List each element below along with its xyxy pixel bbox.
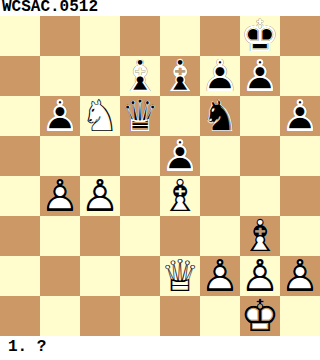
square-f5[interactable]: [200, 136, 240, 176]
square-h7[interactable]: [280, 56, 320, 96]
square-c7[interactable]: [80, 56, 120, 96]
square-e2[interactable]: ♛♕: [160, 256, 200, 296]
square-f4[interactable]: [200, 176, 240, 216]
move-prompt: 1. ?: [0, 336, 320, 360]
square-e6[interactable]: [160, 96, 200, 136]
piece-black-pawn-fill: ♟: [240, 56, 280, 96]
piece-white-pawn-fill: ♟: [80, 176, 120, 216]
square-a1[interactable]: [0, 296, 40, 336]
square-d1[interactable]: [120, 296, 160, 336]
square-c1[interactable]: [80, 296, 120, 336]
square-f3[interactable]: [200, 216, 240, 256]
piece-black-bishop-fill: ♝: [160, 56, 200, 96]
square-a7[interactable]: [0, 56, 40, 96]
piece-black-king-fill: ♚: [240, 16, 280, 56]
piece-white-bishop-fill: ♝: [240, 216, 280, 256]
puzzle-title: WCSAC.0512: [0, 0, 320, 16]
square-b7[interactable]: [40, 56, 80, 96]
square-b1[interactable]: [40, 296, 80, 336]
piece-white-king-fill: ♚: [240, 296, 280, 336]
piece-white-king-outline: ♔: [240, 296, 280, 336]
square-b5[interactable]: [40, 136, 80, 176]
piece-black-bishop-fill: ♝: [120, 56, 160, 96]
piece-white-pawn-outline: ♙: [200, 256, 240, 296]
piece-white-pawn-fill: ♟: [200, 256, 240, 296]
square-d2[interactable]: [120, 256, 160, 296]
square-f8[interactable]: [200, 16, 240, 56]
piece-black-knight-outline: ♘: [200, 96, 240, 136]
square-a6[interactable]: [0, 96, 40, 136]
square-g2[interactable]: ♟♙: [240, 256, 280, 296]
piece-black-bishop-outline: ♗: [120, 56, 160, 96]
square-g1[interactable]: ♚♔: [240, 296, 280, 336]
square-a4[interactable]: [0, 176, 40, 216]
square-f7[interactable]: ♟♙: [200, 56, 240, 96]
square-d4[interactable]: [120, 176, 160, 216]
piece-black-king-outline: ♔: [240, 16, 280, 56]
piece-white-bishop-outline: ♗: [160, 176, 200, 216]
piece-white-pawn-fill: ♟: [240, 256, 280, 296]
square-d7[interactable]: ♝♗: [120, 56, 160, 96]
square-b4[interactable]: ♟♙: [40, 176, 80, 216]
square-b6[interactable]: ♟♙: [40, 96, 80, 136]
square-h3[interactable]: [280, 216, 320, 256]
square-g4[interactable]: [240, 176, 280, 216]
square-h5[interactable]: [280, 136, 320, 176]
piece-black-pawn-outline: ♙: [160, 136, 200, 176]
piece-white-knight-outline: ♘: [80, 96, 120, 136]
piece-black-pawn-fill: ♟: [200, 56, 240, 96]
square-c4[interactable]: ♟♙: [80, 176, 120, 216]
piece-black-knight-fill: ♞: [200, 96, 240, 136]
square-a3[interactable]: [0, 216, 40, 256]
square-d6[interactable]: ♛♕: [120, 96, 160, 136]
square-e1[interactable]: [160, 296, 200, 336]
piece-white-pawn-outline: ♙: [80, 176, 120, 216]
square-d8[interactable]: [120, 16, 160, 56]
piece-white-queen-fill: ♛: [160, 256, 200, 296]
square-h2[interactable]: ♟♙: [280, 256, 320, 296]
square-g5[interactable]: [240, 136, 280, 176]
piece-white-bishop-fill: ♝: [160, 176, 200, 216]
square-c8[interactable]: [80, 16, 120, 56]
square-g6[interactable]: [240, 96, 280, 136]
square-e8[interactable]: [160, 16, 200, 56]
square-e3[interactable]: [160, 216, 200, 256]
square-c3[interactable]: [80, 216, 120, 256]
square-h1[interactable]: [280, 296, 320, 336]
square-e4[interactable]: ♝♗: [160, 176, 200, 216]
piece-white-pawn-outline: ♙: [280, 256, 320, 296]
piece-black-pawn-outline: ♙: [280, 96, 320, 136]
square-b2[interactable]: [40, 256, 80, 296]
square-a8[interactable]: [0, 16, 40, 56]
square-c6[interactable]: ♞♘: [80, 96, 120, 136]
piece-black-pawn-fill: ♟: [160, 136, 200, 176]
piece-black-bishop-outline: ♗: [160, 56, 200, 96]
square-g8[interactable]: ♚♔: [240, 16, 280, 56]
square-f6[interactable]: ♞♘: [200, 96, 240, 136]
square-c5[interactable]: [80, 136, 120, 176]
piece-black-pawn-outline: ♙: [200, 56, 240, 96]
square-g7[interactable]: ♟♙: [240, 56, 280, 96]
piece-white-pawn-outline: ♙: [240, 256, 280, 296]
piece-black-pawn-outline: ♙: [240, 56, 280, 96]
square-h6[interactable]: ♟♙: [280, 96, 320, 136]
piece-black-pawn-outline: ♙: [40, 96, 80, 136]
piece-black-pawn-fill: ♟: [40, 96, 80, 136]
square-h8[interactable]: [280, 16, 320, 56]
piece-black-pawn-fill: ♟: [280, 96, 320, 136]
square-b3[interactable]: [40, 216, 80, 256]
piece-white-knight-fill: ♞: [80, 96, 120, 136]
square-a2[interactable]: [0, 256, 40, 296]
piece-white-pawn-fill: ♟: [280, 256, 320, 296]
square-b8[interactable]: [40, 16, 80, 56]
square-c2[interactable]: [80, 256, 120, 296]
square-f1[interactable]: [200, 296, 240, 336]
square-d5[interactable]: [120, 136, 160, 176]
square-a5[interactable]: [0, 136, 40, 176]
piece-white-queen-outline: ♕: [160, 256, 200, 296]
square-f2[interactable]: ♟♙: [200, 256, 240, 296]
piece-black-queen-fill: ♛: [120, 96, 160, 136]
square-e7[interactable]: ♝♗: [160, 56, 200, 96]
square-g3[interactable]: ♝♗: [240, 216, 280, 256]
square-h4[interactable]: [280, 176, 320, 216]
square-d3[interactable]: [120, 216, 160, 256]
chess-board: ♚♔♝♗♝♗♟♙♟♙♟♙♞♘♛♕♞♘♟♙♟♙♟♙♟♙♝♗♝♗♛♕♟♙♟♙♟♙♚♔: [0, 16, 320, 336]
square-e5[interactable]: ♟♙: [160, 136, 200, 176]
piece-white-pawn-fill: ♟: [40, 176, 80, 216]
piece-white-bishop-outline: ♗: [240, 216, 280, 256]
piece-black-queen-outline: ♕: [120, 96, 160, 136]
piece-white-pawn-outline: ♙: [40, 176, 80, 216]
